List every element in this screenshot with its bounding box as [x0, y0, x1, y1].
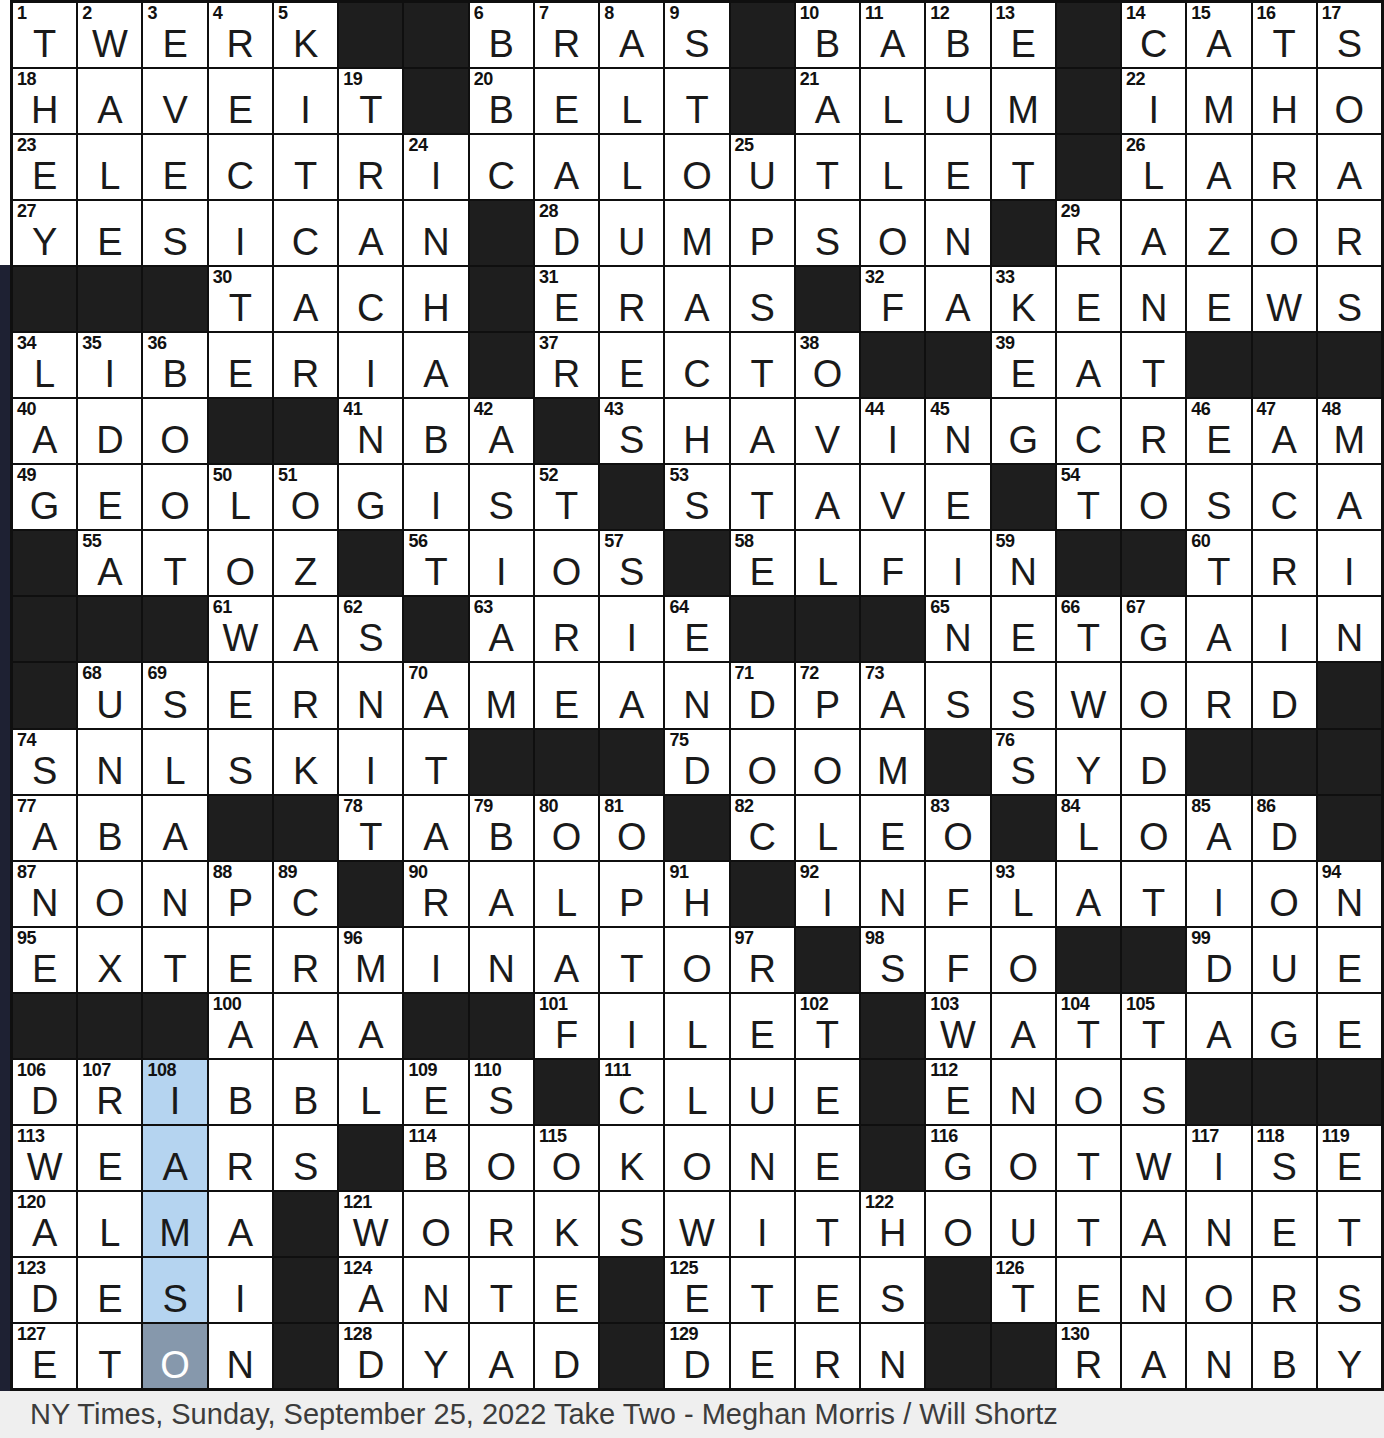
- cell-r5c11[interactable]: A: [665, 267, 728, 331]
- cell-r11c16[interactable]: S: [992, 663, 1055, 727]
- cell-r19c14[interactable]: 122H: [861, 1192, 924, 1256]
- cell-r4c12[interactable]: P: [731, 201, 794, 265]
- cell-r7c16[interactable]: G: [992, 399, 1055, 463]
- cell-r12c4[interactable]: S: [209, 730, 272, 794]
- cell-r7c19[interactable]: 46E: [1187, 399, 1250, 463]
- cell-r1c18[interactable]: 14C: [1122, 3, 1185, 67]
- cell-r21c19[interactable]: N: [1187, 1324, 1250, 1388]
- cell-r2c10[interactable]: L: [600, 69, 663, 133]
- cell-r19c2[interactable]: L: [78, 1192, 141, 1256]
- cell-r1c15[interactable]: 12B: [926, 3, 989, 67]
- cell-r17c7[interactable]: 109E: [404, 1060, 467, 1124]
- cell-r7c6[interactable]: 41N: [339, 399, 402, 463]
- cell-r9c15[interactable]: I: [926, 531, 989, 595]
- cell-r15c9[interactable]: A: [535, 928, 598, 992]
- cell-r1c8[interactable]: 6B: [470, 3, 533, 67]
- cell-r20c17[interactable]: E: [1057, 1258, 1120, 1322]
- cell-r9c4[interactable]: O: [209, 531, 272, 595]
- cell-r2c8[interactable]: 20B: [470, 69, 533, 133]
- cell-r10c16[interactable]: E: [992, 597, 1055, 661]
- cell-r16c9[interactable]: 101F: [535, 994, 598, 1058]
- cell-r11c15[interactable]: S: [926, 663, 989, 727]
- cell-r14c21[interactable]: 94N: [1318, 862, 1381, 926]
- cell-r12c16[interactable]: 76S: [992, 730, 1055, 794]
- cell-r19c4[interactable]: A: [209, 1192, 272, 1256]
- cell-r15c4[interactable]: E: [209, 928, 272, 992]
- cell-r16c12[interactable]: E: [731, 994, 794, 1058]
- cell-r2c14[interactable]: L: [861, 69, 924, 133]
- cell-r1c13[interactable]: 10B: [796, 3, 859, 67]
- cell-r9c7[interactable]: 56T: [404, 531, 467, 595]
- cell-r1c21[interactable]: 17S: [1318, 3, 1381, 67]
- cell-r12c7[interactable]: T: [404, 730, 467, 794]
- cell-r19c15[interactable]: O: [926, 1192, 989, 1256]
- cell-r14c20[interactable]: O: [1253, 862, 1316, 926]
- cell-r15c16[interactable]: O: [992, 928, 1055, 992]
- cell-r12c14[interactable]: M: [861, 730, 924, 794]
- cell-r4c5[interactable]: C: [274, 201, 337, 265]
- cell-r20c6[interactable]: 124A: [339, 1258, 402, 1322]
- cell-r12c11[interactable]: 75D: [665, 730, 728, 794]
- cell-r16c20[interactable]: G: [1253, 994, 1316, 1058]
- cell-r10c20[interactable]: I: [1253, 597, 1316, 661]
- cell-r4c11[interactable]: M: [665, 201, 728, 265]
- cell-r6c18[interactable]: T: [1122, 333, 1185, 397]
- cell-r21c20[interactable]: B: [1253, 1324, 1316, 1388]
- cell-r11c11[interactable]: N: [665, 663, 728, 727]
- cell-r11c8[interactable]: M: [470, 663, 533, 727]
- cell-r9c12[interactable]: 58E: [731, 531, 794, 595]
- cell-r18c21[interactable]: 119E: [1318, 1126, 1381, 1190]
- cell-r3c14[interactable]: L: [861, 135, 924, 199]
- cell-r14c4[interactable]: 88P: [209, 862, 272, 926]
- cell-r11c20[interactable]: D: [1253, 663, 1316, 727]
- cell-r6c9[interactable]: 37R: [535, 333, 598, 397]
- cell-r13c18[interactable]: O: [1122, 796, 1185, 860]
- cell-r12c17[interactable]: Y: [1057, 730, 1120, 794]
- cell-r3c19[interactable]: A: [1187, 135, 1250, 199]
- cell-r5c14[interactable]: 32F: [861, 267, 924, 331]
- cell-r4c10[interactable]: U: [600, 201, 663, 265]
- cell-r9c5[interactable]: Z: [274, 531, 337, 595]
- cell-r7c18[interactable]: R: [1122, 399, 1185, 463]
- cell-r20c2[interactable]: E: [78, 1258, 141, 1322]
- cell-r7c3[interactable]: O: [143, 399, 206, 463]
- cell-r14c11[interactable]: 91H: [665, 862, 728, 926]
- cell-r13c10[interactable]: 81O: [600, 796, 663, 860]
- cell-r19c13[interactable]: T: [796, 1192, 859, 1256]
- cell-r8c5[interactable]: 51O: [274, 465, 337, 529]
- cell-r4c2[interactable]: E: [78, 201, 141, 265]
- cell-r10c15[interactable]: 65N: [926, 597, 989, 661]
- cell-r10c9[interactable]: R: [535, 597, 598, 661]
- cell-r2c11[interactable]: T: [665, 69, 728, 133]
- cell-r9c13[interactable]: L: [796, 531, 859, 595]
- cell-r10c21[interactable]: N: [1318, 597, 1381, 661]
- cell-r12c13[interactable]: O: [796, 730, 859, 794]
- cell-r21c6[interactable]: 128D: [339, 1324, 402, 1388]
- cell-r6c16[interactable]: 39E: [992, 333, 1055, 397]
- cell-r21c2[interactable]: T: [78, 1324, 141, 1388]
- cell-r2c18[interactable]: 22I: [1122, 69, 1185, 133]
- cell-r14c17[interactable]: A: [1057, 862, 1120, 926]
- cell-r12c18[interactable]: D: [1122, 730, 1185, 794]
- cell-r6c10[interactable]: E: [600, 333, 663, 397]
- cell-r8c1[interactable]: 49G: [13, 465, 76, 529]
- cell-r2c5[interactable]: I: [274, 69, 337, 133]
- cell-r18c8[interactable]: O: [470, 1126, 533, 1190]
- cell-r16c15[interactable]: 103W: [926, 994, 989, 1058]
- cell-r18c2[interactable]: E: [78, 1126, 141, 1190]
- cell-r2c4[interactable]: E: [209, 69, 272, 133]
- cell-r18c15[interactable]: 116G: [926, 1126, 989, 1190]
- cell-r19c8[interactable]: R: [470, 1192, 533, 1256]
- cell-r14c16[interactable]: 93L: [992, 862, 1055, 926]
- cell-r17c16[interactable]: N: [992, 1060, 1055, 1124]
- cell-r6c5[interactable]: R: [274, 333, 337, 397]
- cell-r17c4[interactable]: B: [209, 1060, 272, 1124]
- cell-r18c7[interactable]: 114B: [404, 1126, 467, 1190]
- cell-r1c19[interactable]: 15A: [1187, 3, 1250, 67]
- cell-r17c2[interactable]: 107R: [78, 1060, 141, 1124]
- cell-r4c4[interactable]: I: [209, 201, 272, 265]
- cell-r21c9[interactable]: D: [535, 1324, 598, 1388]
- cell-r10c5[interactable]: A: [274, 597, 337, 661]
- cell-r19c6[interactable]: 121W: [339, 1192, 402, 1256]
- cell-r1c4[interactable]: 4R: [209, 3, 272, 67]
- cell-r21c7[interactable]: Y: [404, 1324, 467, 1388]
- cell-r3c21[interactable]: A: [1318, 135, 1381, 199]
- cell-r10c17[interactable]: 66T: [1057, 597, 1120, 661]
- cell-r14c2[interactable]: O: [78, 862, 141, 926]
- cell-r20c9[interactable]: E: [535, 1258, 598, 1322]
- cell-r6c11[interactable]: C: [665, 333, 728, 397]
- cell-r11c5[interactable]: R: [274, 663, 337, 727]
- cell-r14c15[interactable]: F: [926, 862, 989, 926]
- cell-r11c2[interactable]: 68U: [78, 663, 141, 727]
- cell-r7c8[interactable]: 42A: [470, 399, 533, 463]
- cell-r13c9[interactable]: 80O: [535, 796, 598, 860]
- cell-r4c21[interactable]: R: [1318, 201, 1381, 265]
- cell-r1c20[interactable]: 16T: [1253, 3, 1316, 67]
- cell-r1c9[interactable]: 7R: [535, 3, 598, 67]
- cell-r2c2[interactable]: A: [78, 69, 141, 133]
- cell-r20c7[interactable]: N: [404, 1258, 467, 1322]
- cell-r15c10[interactable]: T: [600, 928, 663, 992]
- cell-r8c12[interactable]: T: [731, 465, 794, 529]
- cell-r5c12[interactable]: S: [731, 267, 794, 331]
- cell-r7c20[interactable]: 47A: [1253, 399, 1316, 463]
- cell-r15c21[interactable]: E: [1318, 928, 1381, 992]
- cell-r18c20[interactable]: 118S: [1253, 1126, 1316, 1190]
- cell-r4c14[interactable]: O: [861, 201, 924, 265]
- cell-r21c11[interactable]: 129D: [665, 1324, 728, 1388]
- cell-r3c12[interactable]: 25U: [731, 135, 794, 199]
- cell-r1c14[interactable]: 11A: [861, 3, 924, 67]
- cell-r17c6[interactable]: L: [339, 1060, 402, 1124]
- cell-r16c5[interactable]: A: [274, 994, 337, 1058]
- cell-r6c17[interactable]: A: [1057, 333, 1120, 397]
- cell-r15c19[interactable]: 99D: [1187, 928, 1250, 992]
- cell-r15c12[interactable]: 97R: [731, 928, 794, 992]
- cell-r18c11[interactable]: O: [665, 1126, 728, 1190]
- cell-r20c4[interactable]: I: [209, 1258, 272, 1322]
- cell-r10c18[interactable]: 67G: [1122, 597, 1185, 661]
- cell-r17c17[interactable]: O: [1057, 1060, 1120, 1124]
- cell-r13c7[interactable]: A: [404, 796, 467, 860]
- cell-r1c2[interactable]: 2W: [78, 3, 141, 67]
- cell-r9c14[interactable]: F: [861, 531, 924, 595]
- cell-r13c2[interactable]: B: [78, 796, 141, 860]
- cell-r10c4[interactable]: 61W: [209, 597, 272, 661]
- cell-r11c4[interactable]: E: [209, 663, 272, 727]
- cell-r20c14[interactable]: S: [861, 1258, 924, 1322]
- cell-r19c9[interactable]: K: [535, 1192, 598, 1256]
- cell-r20c12[interactable]: T: [731, 1258, 794, 1322]
- cell-r15c20[interactable]: U: [1253, 928, 1316, 992]
- cell-r8c14[interactable]: V: [861, 465, 924, 529]
- cell-r18c5[interactable]: S: [274, 1126, 337, 1190]
- cell-r13c17[interactable]: 84L: [1057, 796, 1120, 860]
- cell-r20c8[interactable]: T: [470, 1258, 533, 1322]
- cell-r3c18[interactable]: 26L: [1122, 135, 1185, 199]
- cell-r7c10[interactable]: 43S: [600, 399, 663, 463]
- cell-r9c16[interactable]: 59N: [992, 531, 1055, 595]
- cell-r1c11[interactable]: 9S: [665, 3, 728, 67]
- cell-r2c19[interactable]: M: [1187, 69, 1250, 133]
- cell-r3c10[interactable]: L: [600, 135, 663, 199]
- cell-r21c17[interactable]: 130R: [1057, 1324, 1120, 1388]
- cell-r7c21[interactable]: 48M: [1318, 399, 1381, 463]
- cell-r14c14[interactable]: N: [861, 862, 924, 926]
- cell-r4c1[interactable]: 27Y: [13, 201, 76, 265]
- cell-r5c19[interactable]: E: [1187, 267, 1250, 331]
- cell-r19c17[interactable]: T: [1057, 1192, 1120, 1256]
- cell-r4c18[interactable]: A: [1122, 201, 1185, 265]
- cell-r18c10[interactable]: K: [600, 1126, 663, 1190]
- cell-r6c12[interactable]: T: [731, 333, 794, 397]
- cell-r13c20[interactable]: 86D: [1253, 796, 1316, 860]
- cell-r13c6[interactable]: 78T: [339, 796, 402, 860]
- cell-r21c12[interactable]: E: [731, 1324, 794, 1388]
- cell-r21c4[interactable]: N: [209, 1324, 272, 1388]
- cell-r2c16[interactable]: M: [992, 69, 1055, 133]
- cell-r4c6[interactable]: A: [339, 201, 402, 265]
- cell-r16c21[interactable]: E: [1318, 994, 1381, 1058]
- cell-r5c9[interactable]: 31E: [535, 267, 598, 331]
- cell-r3c2[interactable]: L: [78, 135, 141, 199]
- cell-r21c8[interactable]: A: [470, 1324, 533, 1388]
- cell-r6c6[interactable]: I: [339, 333, 402, 397]
- cell-r13c14[interactable]: E: [861, 796, 924, 860]
- cell-r15c11[interactable]: O: [665, 928, 728, 992]
- cell-r15c3[interactable]: T: [143, 928, 206, 992]
- cell-r6c13[interactable]: 38O: [796, 333, 859, 397]
- cell-r1c10[interactable]: 8A: [600, 3, 663, 67]
- cell-r8c3[interactable]: O: [143, 465, 206, 529]
- cell-r12c6[interactable]: I: [339, 730, 402, 794]
- cell-r17c15[interactable]: 112E: [926, 1060, 989, 1124]
- cell-r3c20[interactable]: R: [1253, 135, 1316, 199]
- cell-r3c6[interactable]: R: [339, 135, 402, 199]
- cell-r13c1[interactable]: 77A: [13, 796, 76, 860]
- cell-r14c5[interactable]: 89C: [274, 862, 337, 926]
- cell-r19c3[interactable]: M: [143, 1192, 206, 1256]
- cell-r16c11[interactable]: L: [665, 994, 728, 1058]
- cell-r4c20[interactable]: O: [1253, 201, 1316, 265]
- cell-r5c16[interactable]: 33K: [992, 267, 1055, 331]
- cell-r13c15[interactable]: 83O: [926, 796, 989, 860]
- cell-r5c10[interactable]: R: [600, 267, 663, 331]
- cell-r10c19[interactable]: A: [1187, 597, 1250, 661]
- cell-r11c6[interactable]: N: [339, 663, 402, 727]
- cell-r5c15[interactable]: A: [926, 267, 989, 331]
- cell-r18c12[interactable]: N: [731, 1126, 794, 1190]
- cell-r3c9[interactable]: A: [535, 135, 598, 199]
- cell-r14c8[interactable]: A: [470, 862, 533, 926]
- cell-r8c13[interactable]: A: [796, 465, 859, 529]
- cell-r1c16[interactable]: 13E: [992, 3, 1055, 67]
- cell-r19c16[interactable]: U: [992, 1192, 1055, 1256]
- cell-r8c4[interactable]: 50L: [209, 465, 272, 529]
- cell-r14c1[interactable]: 87N: [13, 862, 76, 926]
- cell-r7c7[interactable]: B: [404, 399, 467, 463]
- cell-r1c3[interactable]: 3E: [143, 3, 206, 67]
- cell-r17c18[interactable]: S: [1122, 1060, 1185, 1124]
- cell-r14c10[interactable]: P: [600, 862, 663, 926]
- cell-r13c12[interactable]: 82C: [731, 796, 794, 860]
- cell-r10c8[interactable]: 63A: [470, 597, 533, 661]
- cell-r19c20[interactable]: E: [1253, 1192, 1316, 1256]
- cell-r17c13[interactable]: E: [796, 1060, 859, 1124]
- cell-r18c17[interactable]: T: [1057, 1126, 1120, 1190]
- cell-r8c21[interactable]: A: [1318, 465, 1381, 529]
- cell-r19c10[interactable]: S: [600, 1192, 663, 1256]
- cell-r14c7[interactable]: 90R: [404, 862, 467, 926]
- cell-r17c8[interactable]: 110S: [470, 1060, 533, 1124]
- cell-r16c6[interactable]: A: [339, 994, 402, 1058]
- cell-r11c17[interactable]: W: [1057, 663, 1120, 727]
- cell-r2c21[interactable]: O: [1318, 69, 1381, 133]
- cell-r20c13[interactable]: E: [796, 1258, 859, 1322]
- cell-r11c14[interactable]: 73A: [861, 663, 924, 727]
- cell-r17c3[interactable]: 108I: [143, 1060, 206, 1124]
- cell-r2c13[interactable]: 21A: [796, 69, 859, 133]
- cell-r7c15[interactable]: 45N: [926, 399, 989, 463]
- cell-r16c17[interactable]: 104T: [1057, 994, 1120, 1058]
- cell-r19c11[interactable]: W: [665, 1192, 728, 1256]
- cell-r15c7[interactable]: I: [404, 928, 467, 992]
- cell-r1c5[interactable]: 5K: [274, 3, 337, 67]
- cell-r4c19[interactable]: Z: [1187, 201, 1250, 265]
- cell-r12c5[interactable]: K: [274, 730, 337, 794]
- cell-r7c2[interactable]: D: [78, 399, 141, 463]
- cell-r8c8[interactable]: S: [470, 465, 533, 529]
- cell-r21c3[interactable]: O: [143, 1324, 206, 1388]
- cell-r6c7[interactable]: A: [404, 333, 467, 397]
- cell-r6c3[interactable]: 36B: [143, 333, 206, 397]
- cell-r9c2[interactable]: 55A: [78, 531, 141, 595]
- cell-r12c12[interactable]: O: [731, 730, 794, 794]
- cell-r15c8[interactable]: N: [470, 928, 533, 992]
- cell-r18c1[interactable]: 113W: [13, 1126, 76, 1190]
- cell-r5c6[interactable]: C: [339, 267, 402, 331]
- cell-r4c9[interactable]: 28D: [535, 201, 598, 265]
- cell-r15c15[interactable]: F: [926, 928, 989, 992]
- cell-r3c7[interactable]: 24I: [404, 135, 467, 199]
- cell-r6c1[interactable]: 34L: [13, 333, 76, 397]
- cell-r16c13[interactable]: 102T: [796, 994, 859, 1058]
- cell-r3c13[interactable]: T: [796, 135, 859, 199]
- cell-r10c6[interactable]: 62S: [339, 597, 402, 661]
- cell-r4c15[interactable]: N: [926, 201, 989, 265]
- cell-r12c1[interactable]: 74S: [13, 730, 76, 794]
- cell-r9c3[interactable]: T: [143, 531, 206, 595]
- cell-r18c13[interactable]: E: [796, 1126, 859, 1190]
- cell-r16c10[interactable]: I: [600, 994, 663, 1058]
- cell-r16c4[interactable]: 100A: [209, 994, 272, 1058]
- cell-r8c20[interactable]: C: [1253, 465, 1316, 529]
- cell-r15c5[interactable]: R: [274, 928, 337, 992]
- cell-r8c2[interactable]: E: [78, 465, 141, 529]
- cell-r8c18[interactable]: O: [1122, 465, 1185, 529]
- cell-r9c8[interactable]: I: [470, 531, 533, 595]
- cell-r17c10[interactable]: 111C: [600, 1060, 663, 1124]
- cell-r5c7[interactable]: H: [404, 267, 467, 331]
- cell-r11c9[interactable]: E: [535, 663, 598, 727]
- cell-r13c3[interactable]: A: [143, 796, 206, 860]
- cell-r20c3[interactable]: S: [143, 1258, 206, 1322]
- cell-r2c6[interactable]: 19T: [339, 69, 402, 133]
- cell-r20c20[interactable]: R: [1253, 1258, 1316, 1322]
- cell-r20c21[interactable]: S: [1318, 1258, 1381, 1322]
- cell-r11c7[interactable]: 70A: [404, 663, 467, 727]
- cell-r11c19[interactable]: R: [1187, 663, 1250, 727]
- cell-r13c19[interactable]: 85A: [1187, 796, 1250, 860]
- cell-r14c3[interactable]: N: [143, 862, 206, 926]
- cell-r20c11[interactable]: 125E: [665, 1258, 728, 1322]
- cell-r2c15[interactable]: U: [926, 69, 989, 133]
- cell-r7c1[interactable]: 40A: [13, 399, 76, 463]
- cell-r3c4[interactable]: C: [209, 135, 272, 199]
- cell-r8c11[interactable]: 53S: [665, 465, 728, 529]
- cell-r9c9[interactable]: O: [535, 531, 598, 595]
- cell-r12c3[interactable]: L: [143, 730, 206, 794]
- cell-r20c19[interactable]: O: [1187, 1258, 1250, 1322]
- cell-r19c1[interactable]: 120A: [13, 1192, 76, 1256]
- cell-r4c7[interactable]: N: [404, 201, 467, 265]
- cell-r13c13[interactable]: L: [796, 796, 859, 860]
- cell-r5c17[interactable]: E: [1057, 267, 1120, 331]
- cell-r1c1[interactable]: 1T: [13, 3, 76, 67]
- cell-r17c11[interactable]: L: [665, 1060, 728, 1124]
- cell-r12c2[interactable]: N: [78, 730, 141, 794]
- cell-r21c1[interactable]: 127E: [13, 1324, 76, 1388]
- cell-r2c3[interactable]: V: [143, 69, 206, 133]
- cell-r7c14[interactable]: 44I: [861, 399, 924, 463]
- cell-r18c9[interactable]: 115O: [535, 1126, 598, 1190]
- cell-r8c15[interactable]: E: [926, 465, 989, 529]
- cell-r8c9[interactable]: 52T: [535, 465, 598, 529]
- cell-r8c19[interactable]: S: [1187, 465, 1250, 529]
- cell-r16c19[interactable]: A: [1187, 994, 1250, 1058]
- cell-r19c7[interactable]: O: [404, 1192, 467, 1256]
- cell-r17c12[interactable]: U: [731, 1060, 794, 1124]
- cell-r7c12[interactable]: A: [731, 399, 794, 463]
- cell-r5c20[interactable]: W: [1253, 267, 1316, 331]
- cell-r3c8[interactable]: C: [470, 135, 533, 199]
- cell-r8c17[interactable]: 54T: [1057, 465, 1120, 529]
